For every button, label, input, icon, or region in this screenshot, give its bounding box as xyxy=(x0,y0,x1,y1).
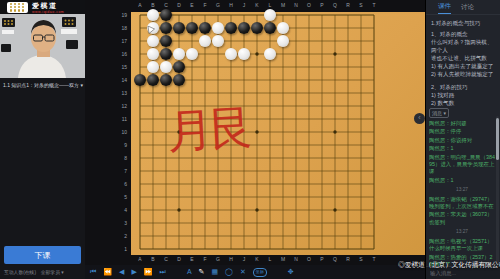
clear-tool-button[interactable]: ✕ xyxy=(240,265,246,279)
stone-black xyxy=(225,22,237,34)
chat-tabs: 课件讨论 xyxy=(426,0,500,15)
coord-label: 18 xyxy=(111,25,127,31)
chat-panel: 课件讨论 1.对杀的概念与技巧 1、对杀的概念什么叫对杀？指两块棋、两个人谁也不… xyxy=(425,0,500,279)
stone-black xyxy=(186,22,198,34)
outline-line: 2) 有人先被吃掉就输定了 xyxy=(431,70,497,78)
coord-label: 4 xyxy=(111,207,127,213)
stone-white xyxy=(277,22,289,34)
outline-line: 谁也不让谁、比拼气数 xyxy=(431,54,497,62)
stone-black xyxy=(173,61,185,73)
coord-label: A xyxy=(138,256,141,262)
coord-label: J xyxy=(243,256,246,262)
coord-label: 12 xyxy=(111,103,127,109)
coord-label: P xyxy=(320,256,323,262)
text-tool-button[interactable]: A xyxy=(187,265,192,279)
chat-message: 陶然居：1 xyxy=(429,177,495,184)
coord-label: 6 xyxy=(111,181,127,187)
chat-time-divider: 13:27 xyxy=(429,186,495,193)
stone-white xyxy=(277,35,289,47)
coord-label: C xyxy=(164,256,168,262)
stone-white xyxy=(264,9,276,21)
coord-label: K xyxy=(255,2,258,8)
stone-white xyxy=(147,9,159,21)
coord-label: O xyxy=(307,256,311,262)
stone-black xyxy=(173,74,185,86)
coord-label: B xyxy=(151,2,154,8)
stone-black xyxy=(160,35,172,47)
brand-slogan: www.iqidao.com xyxy=(32,10,64,14)
stone-black xyxy=(251,22,263,34)
coord-label: R xyxy=(346,2,350,8)
coord-label: B xyxy=(151,256,154,262)
stone-black xyxy=(160,74,172,86)
teacher-webcam-video[interactable] xyxy=(0,14,85,78)
stone-white xyxy=(212,35,224,47)
stone-black xyxy=(264,22,276,34)
chat-message: 陶然居：热爱的（2537）2级考过了 xyxy=(429,254,495,267)
coord-label: 2 xyxy=(111,233,127,239)
coord-label: P xyxy=(320,2,323,8)
coord-label: 3 xyxy=(111,220,127,226)
coord-label: S xyxy=(359,256,362,262)
outline-line: 什么叫对杀？指两块棋、两个人 xyxy=(431,38,497,54)
coord-label: 11 xyxy=(111,116,127,122)
coord-label: 1 xyxy=(111,246,127,252)
sidebar: 爱棋道 www.iqidao.com xyxy=(0,0,85,279)
iqidao-logo-icon xyxy=(7,2,28,13)
chat-scrollbar[interactable] xyxy=(496,116,499,268)
board-panel: 月艮 ‹ ⏮⏪◀▶⏩⏭A✎▦◯✕坐标✥ AA19BB18CC17DD16EE15… xyxy=(85,0,425,279)
outline-line: 2、对杀的技巧 xyxy=(431,83,497,91)
coord-label: S xyxy=(359,2,362,8)
coord-label: Q xyxy=(333,256,337,262)
coord-label: 10 xyxy=(111,129,127,135)
prev-move-button[interactable]: ◀ xyxy=(119,265,124,279)
coord-label: 19 xyxy=(111,12,127,18)
stone-white xyxy=(199,35,211,47)
go-first-button[interactable]: ⏮ xyxy=(90,265,96,279)
stone-black xyxy=(160,22,172,34)
coord-label: 8 xyxy=(111,155,127,161)
coord-label: H xyxy=(229,256,233,262)
stone-black xyxy=(147,74,159,86)
coord-label: L xyxy=(269,256,272,262)
chat-message: 陶然居：你说得对 xyxy=(429,137,495,144)
board-toolbar: ⏮⏪◀▶⏩⏭A✎▦◯✕坐标✥ xyxy=(85,265,425,279)
coord-label: J xyxy=(243,2,246,8)
rewind-button[interactable]: ⏪ xyxy=(103,265,112,279)
coord-label: T xyxy=(372,256,375,262)
coord-label: 15 xyxy=(111,64,127,70)
chat-time-divider: 13:27 xyxy=(429,228,495,235)
coord-label: 17 xyxy=(111,38,127,44)
chat-message: 陶然居：电视号（32571）什么时候再早一次上课 xyxy=(429,238,495,253)
stone-black xyxy=(160,48,172,60)
coord-label: D xyxy=(177,2,181,8)
chat-message: 陶然居：明白呀_晨晨（38495）进入，晨晨学员现在上课 xyxy=(429,154,495,176)
stone-black xyxy=(173,22,185,34)
coord-label: Q xyxy=(333,2,337,8)
lesson-section-dropdown[interactable]: 1.1 知识点1：对杀的概念——双方 ▾ xyxy=(0,78,85,92)
stone-white xyxy=(264,48,276,60)
forward-button[interactable]: ⏩ xyxy=(144,265,153,279)
stone-white xyxy=(186,48,198,60)
coord-label: M xyxy=(281,2,285,8)
chat-message: 陶然居：停停 xyxy=(429,128,495,135)
stone-white xyxy=(147,61,159,73)
coord-label: D xyxy=(177,256,181,262)
courseware-outline: 1.对杀的概念与技巧 1、对杀的概念什么叫对杀？指两块棋、两个人谁也不让谁、比拼… xyxy=(431,19,497,107)
move-tool-button[interactable]: ✥ xyxy=(288,265,294,279)
next-move-button[interactable]: ▶ xyxy=(131,265,136,279)
stone-white xyxy=(147,48,159,60)
outline-line: 1) 找对路 xyxy=(431,91,497,99)
outline-line: 2) 数气数 xyxy=(431,99,497,107)
coord-label: M xyxy=(281,256,285,262)
coord-label: O xyxy=(307,2,311,8)
stone-white xyxy=(212,22,224,34)
chat-message: 陶然居：1 xyxy=(429,145,495,152)
chat-input[interactable] xyxy=(426,266,500,279)
stone-black xyxy=(199,22,211,34)
chat-message: 陶然居：好问题 xyxy=(429,120,495,127)
chat-message: 陶然居：宋天远（36073）也签到 xyxy=(429,211,495,226)
stone-white xyxy=(173,48,185,60)
coord-label: C xyxy=(164,2,168,8)
coord-label: G xyxy=(216,256,220,262)
app-window: 爱棋道 www.iqidao.com xyxy=(0,0,500,279)
coord-label: K xyxy=(255,256,258,262)
stone-white xyxy=(225,48,237,60)
message-filter-chip[interactable]: 消息 ▾ xyxy=(429,108,449,118)
coord-label: F xyxy=(203,2,206,8)
outline-title: 1.对杀的概念与技巧 xyxy=(431,19,497,27)
shape-tool-button[interactable]: ◯ xyxy=(225,265,233,279)
pen-tool-button[interactable]: ✎ xyxy=(199,265,205,279)
coord-label: E xyxy=(190,2,193,8)
coord-label: E xyxy=(190,256,193,262)
coord-label: F xyxy=(203,256,206,262)
coords-toggle[interactable]: 坐标 xyxy=(253,268,267,277)
coord-label: A xyxy=(138,2,141,8)
tab-discussion[interactable]: 讨论 xyxy=(461,3,474,14)
audience-count[interactable]: 互动人数(在线) 全部学员 ▾ xyxy=(4,269,64,275)
coord-label: R xyxy=(346,256,350,262)
coord-label: T xyxy=(372,2,375,8)
coord-label: 7 xyxy=(111,168,127,174)
coord-label: 16 xyxy=(111,51,127,57)
stone-black xyxy=(160,9,172,21)
stone-white xyxy=(147,35,159,47)
stone-white xyxy=(160,61,172,73)
stone-white xyxy=(238,48,250,60)
stone-black xyxy=(134,74,146,86)
outline-line: 1) 有人跑出去了就赢定了 xyxy=(431,62,497,70)
coord-label: N xyxy=(294,2,298,8)
coord-label: 9 xyxy=(111,142,127,148)
coord-label: G xyxy=(216,2,220,8)
chart-tool-button[interactable]: ▦ xyxy=(211,265,218,279)
coord-label: L xyxy=(269,2,272,8)
coord-label: H xyxy=(229,2,233,8)
coord-label: 14 xyxy=(111,77,127,83)
end-class-button[interactable]: 下课 xyxy=(4,246,81,264)
tab-courseware[interactable]: 课件 xyxy=(438,2,451,14)
coord-label: 5 xyxy=(111,194,127,200)
outline-line: 1、对杀的概念 xyxy=(431,30,497,38)
go-last-button[interactable]: ⏭ xyxy=(160,265,166,279)
chat-message: 陶然居：谢依铭（29747）晚到签到，上次区域赛不在 xyxy=(429,196,495,211)
chat-collapse-button[interactable]: ‹ xyxy=(414,113,425,124)
stone-black xyxy=(238,22,250,34)
logo-bar: 爱棋道 www.iqidao.com xyxy=(0,0,85,14)
chat-message-list: 陶然居：好问题陶然居：停停陶然居：你说得对陶然居：1陶然居：明白呀_晨晨（384… xyxy=(429,120,495,266)
go-board[interactable]: 月艮 xyxy=(131,12,425,255)
mouse-cursor-icon xyxy=(147,26,156,36)
coord-label: 13 xyxy=(111,90,127,96)
coord-label: N xyxy=(294,256,298,262)
scrollbar-thumb[interactable] xyxy=(496,118,499,160)
